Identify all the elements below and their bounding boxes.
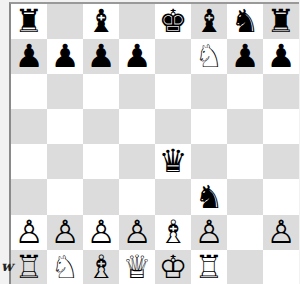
square-a5[interactable]	[11, 109, 47, 144]
white-bishop: ♗	[159, 215, 188, 250]
square-e5[interactable]	[155, 109, 191, 144]
white-rook: ♖	[15, 250, 44, 284]
square-g6[interactable]	[227, 74, 263, 109]
side-to-move-indicator: w	[1, 259, 13, 273]
square-d8[interactable]	[119, 4, 155, 39]
square-c1[interactable]: ♗	[83, 250, 119, 284]
square-d6[interactable]	[119, 74, 155, 109]
square-c5[interactable]	[83, 109, 119, 144]
square-d7[interactable]: ♟	[119, 39, 155, 74]
square-c4[interactable]	[83, 144, 119, 179]
square-e6[interactable]	[155, 74, 191, 109]
square-a1[interactable]: ♖	[11, 250, 47, 284]
black-knight: ♞	[231, 4, 260, 39]
square-e2[interactable]: ♗	[155, 215, 191, 250]
black-pawn: ♟	[123, 39, 152, 74]
black-knight: ♞	[195, 180, 224, 215]
square-b4[interactable]	[47, 144, 83, 179]
square-a6[interactable]	[11, 74, 47, 109]
square-b1[interactable]: ♘	[47, 250, 83, 284]
square-h7[interactable]: ♟	[263, 39, 299, 74]
white-queen: ♕	[123, 250, 152, 284]
square-b8[interactable]	[47, 4, 83, 39]
square-b2[interactable]: ♙	[47, 215, 83, 250]
square-a8[interactable]: ♜	[11, 4, 47, 39]
square-h4[interactable]	[263, 144, 299, 179]
square-g3[interactable]	[227, 179, 263, 214]
square-g7[interactable]: ♟	[227, 39, 263, 74]
white-bishop: ♗	[87, 250, 116, 284]
black-pawn: ♟	[15, 39, 44, 74]
square-c3[interactable]	[83, 179, 119, 214]
black-bishop: ♝	[87, 4, 116, 39]
square-h1[interactable]	[263, 250, 299, 284]
square-e1[interactable]: ♔	[155, 250, 191, 284]
white-rook: ♖	[195, 250, 224, 284]
square-g4[interactable]	[227, 144, 263, 179]
white-pawn: ♙	[15, 215, 44, 250]
square-a4[interactable]	[11, 144, 47, 179]
square-d4[interactable]	[119, 144, 155, 179]
white-pawn: ♙	[267, 215, 296, 250]
square-f7[interactable]: ♘	[191, 39, 227, 74]
square-h6[interactable]	[263, 74, 299, 109]
square-h8[interactable]: ♜	[263, 4, 299, 39]
black-pawn: ♟	[231, 39, 260, 74]
square-c6[interactable]	[83, 74, 119, 109]
square-f4[interactable]	[191, 144, 227, 179]
square-a7[interactable]: ♟	[11, 39, 47, 74]
square-d3[interactable]	[119, 179, 155, 214]
square-c8[interactable]: ♝	[83, 4, 119, 39]
black-pawn: ♟	[87, 39, 116, 74]
square-e7[interactable]	[155, 39, 191, 74]
white-pawn: ♙	[195, 215, 224, 250]
square-f2[interactable]: ♙	[191, 215, 227, 250]
chess-board: ♜♝♚♝♞♜♟♟♟♟♘♟♟♛♞♙♙♙♙♗♙♙♖♘♗♕♔♖	[9, 2, 299, 284]
square-g2[interactable]	[227, 215, 263, 250]
black-pawn: ♟	[267, 39, 296, 74]
square-b7[interactable]: ♟	[47, 39, 83, 74]
square-g5[interactable]	[227, 109, 263, 144]
square-d5[interactable]	[119, 109, 155, 144]
black-pawn: ♟	[51, 39, 80, 74]
square-c7[interactable]: ♟	[83, 39, 119, 74]
black-queen: ♛	[159, 144, 188, 179]
black-rook: ♜	[267, 4, 296, 39]
square-f6[interactable]	[191, 74, 227, 109]
square-a2[interactable]: ♙	[11, 215, 47, 250]
square-e8[interactable]: ♚	[155, 4, 191, 39]
square-f1[interactable]: ♖	[191, 250, 227, 284]
square-f8[interactable]: ♝	[191, 4, 227, 39]
white-pawn: ♙	[123, 215, 152, 250]
white-knight: ♘	[51, 250, 80, 284]
square-d1[interactable]: ♕	[119, 250, 155, 284]
black-king: ♚	[159, 4, 188, 39]
square-h2[interactable]: ♙	[263, 215, 299, 250]
square-b5[interactable]	[47, 109, 83, 144]
black-rook: ♜	[15, 4, 44, 39]
white-knight: ♘	[195, 39, 224, 74]
white-king: ♔	[159, 250, 188, 284]
square-b3[interactable]	[47, 179, 83, 214]
white-pawn: ♙	[51, 215, 80, 250]
square-e3[interactable]	[155, 179, 191, 214]
square-g1[interactable]	[227, 250, 263, 284]
white-pawn: ♙	[87, 215, 116, 250]
square-f5[interactable]	[191, 109, 227, 144]
square-b6[interactable]	[47, 74, 83, 109]
square-h5[interactable]	[263, 109, 299, 144]
square-a3[interactable]	[11, 179, 47, 214]
square-g8[interactable]: ♞	[227, 4, 263, 39]
square-f3[interactable]: ♞	[191, 179, 227, 214]
square-d2[interactable]: ♙	[119, 215, 155, 250]
black-bishop: ♝	[195, 4, 224, 39]
square-e4[interactable]: ♛	[155, 144, 191, 179]
square-h3[interactable]	[263, 179, 299, 214]
square-c2[interactable]: ♙	[83, 215, 119, 250]
